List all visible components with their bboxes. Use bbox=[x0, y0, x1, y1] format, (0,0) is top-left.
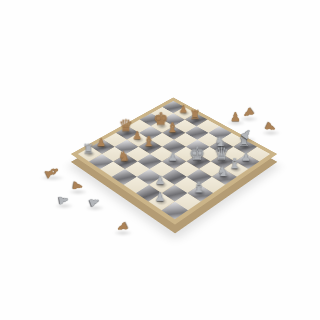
wood-queen: ♛ bbox=[119, 117, 134, 133]
silver-pawn: ♟ bbox=[241, 151, 251, 162]
captured-wood-pawn-lying: ♟ bbox=[71, 180, 85, 193]
silver-queen: ♛ bbox=[214, 145, 229, 162]
wood-rook: ♜ bbox=[189, 108, 200, 120]
wood-bishop: ♝ bbox=[166, 120, 178, 134]
silver-knight: ♞ bbox=[217, 164, 229, 178]
wood-pawn: ♟ bbox=[179, 104, 188, 114]
silver-pawn: ♟ bbox=[155, 174, 165, 186]
silver-rook: ♜ bbox=[82, 142, 94, 155]
wood-bishop: ♝ bbox=[142, 134, 154, 148]
silver-king: ♚ bbox=[189, 144, 205, 162]
silver-pawn: ♟ bbox=[155, 191, 166, 203]
silver-bishop: ♝ bbox=[192, 179, 205, 194]
captured-silver-pawn-lying: ♟ bbox=[57, 194, 71, 207]
chess-set-photo: ♟♜♜♞♟♚♝♛♝♚♞♛♟♝♟♝♟♞♟♜♟ ♝♟♟♟♟♟♟♟♟ bbox=[0, 0, 320, 320]
wood-pawn: ♟ bbox=[96, 137, 106, 148]
silver-pawn: ♟ bbox=[168, 151, 178, 162]
square-a1: ♜ bbox=[78, 147, 102, 162]
wood-knight: ♞ bbox=[118, 149, 130, 162]
silver-bishop: ♝ bbox=[228, 156, 241, 170]
wood-pawn: ♟ bbox=[132, 130, 142, 141]
